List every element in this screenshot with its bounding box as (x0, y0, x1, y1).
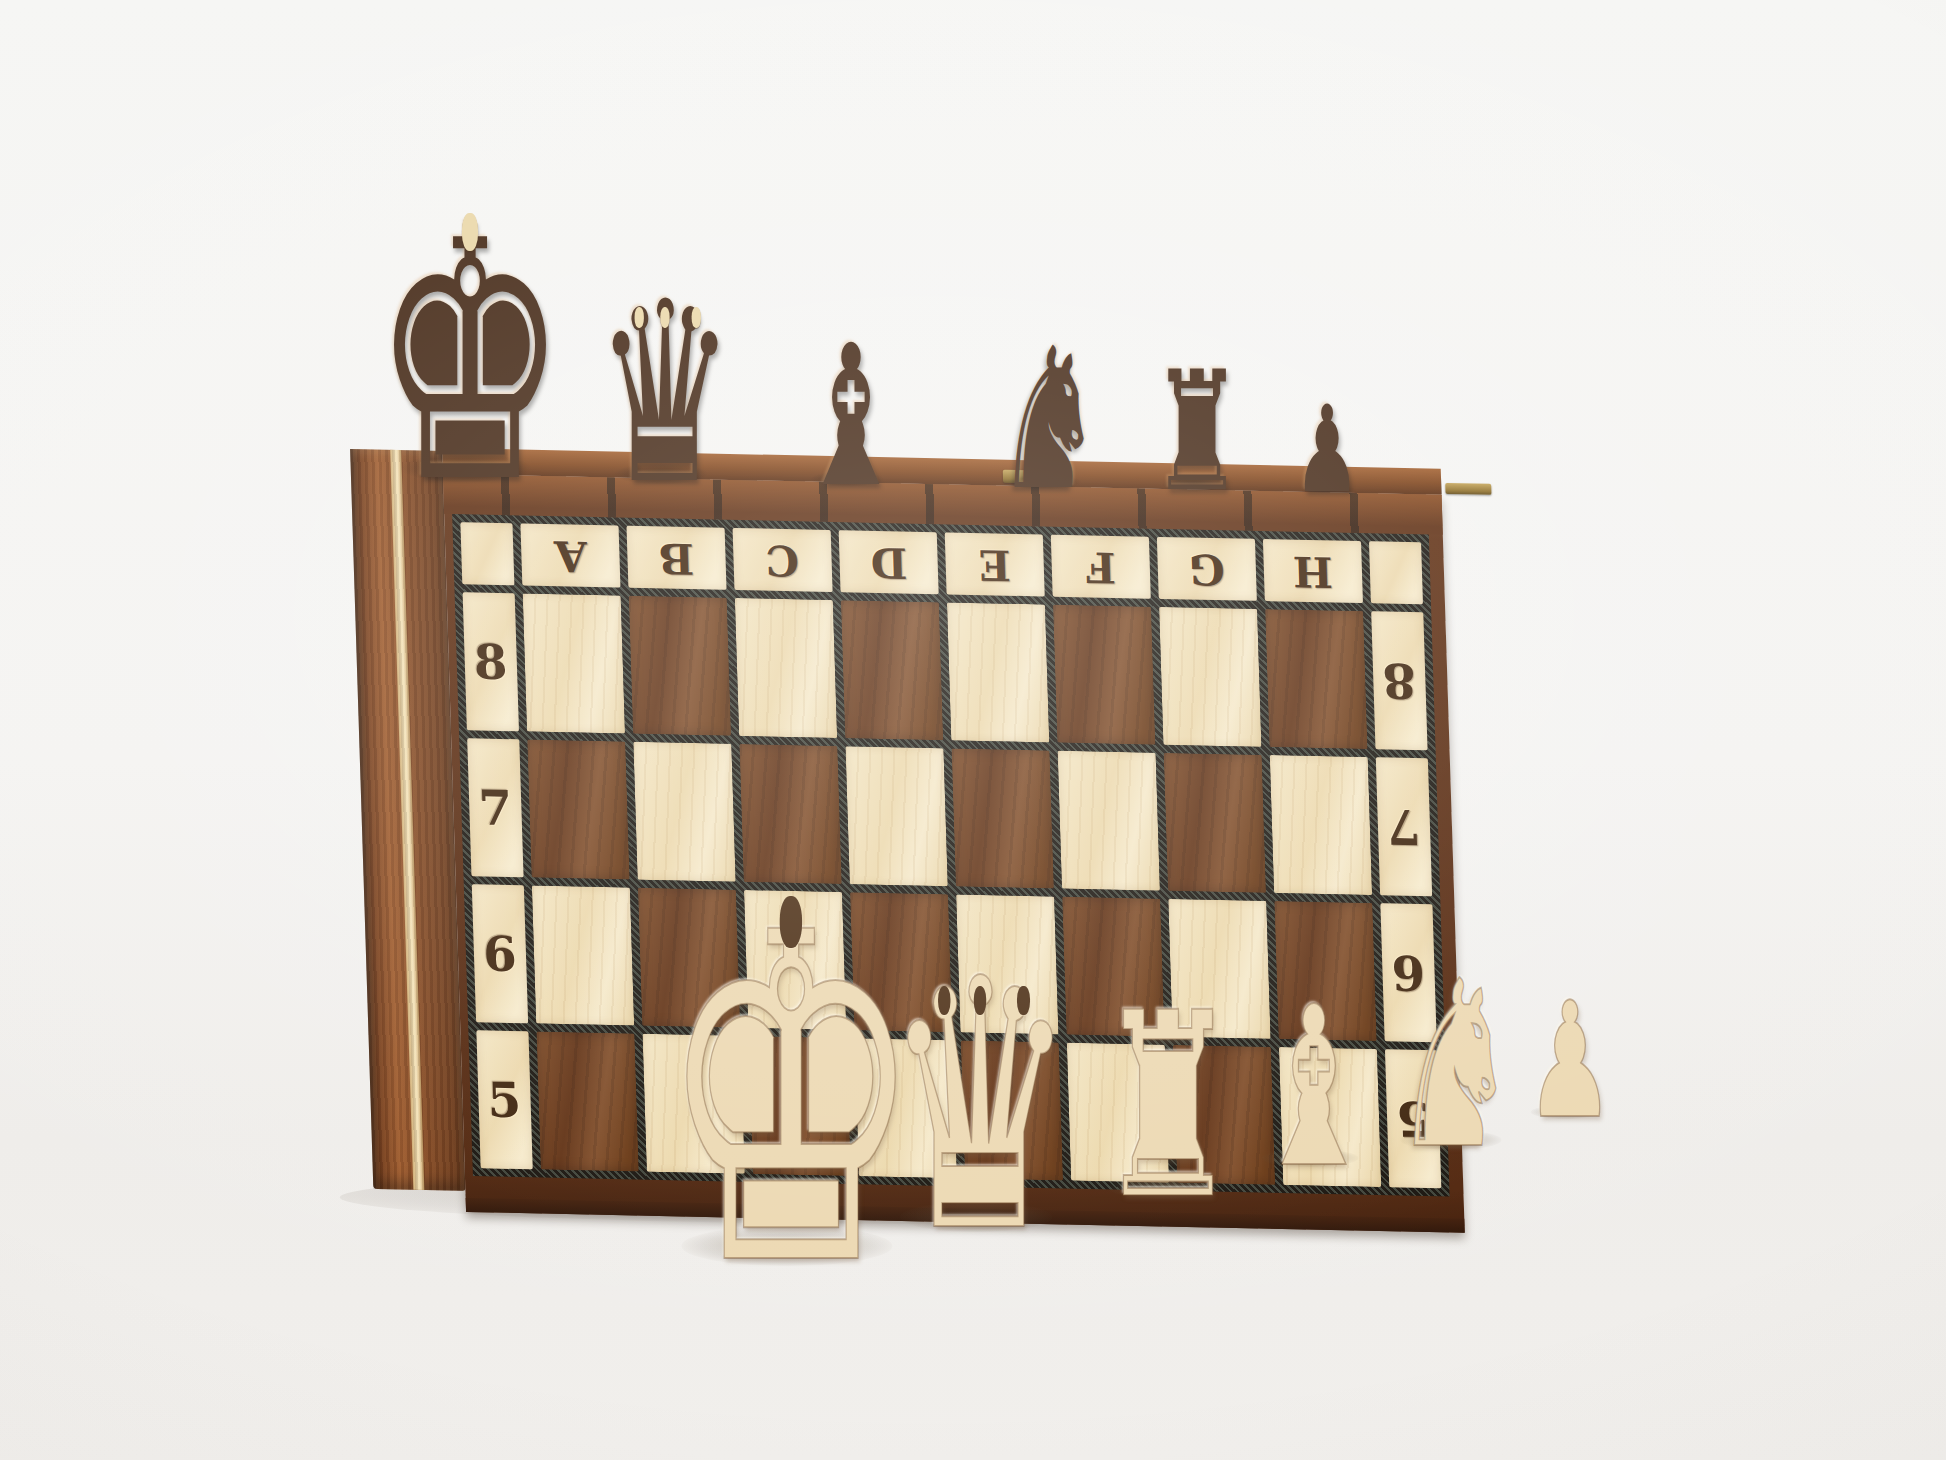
square-f6[interactable] (1062, 897, 1164, 1037)
light-pawn-glyph: ♟ (1526, 981, 1615, 1141)
square-d7[interactable] (845, 746, 947, 886)
chessboard-grid: ABCDEFGH88776655 (452, 514, 1449, 1196)
square-c7[interactable] (739, 744, 841, 884)
square-b5[interactable] (642, 1034, 744, 1174)
dark-king-finial (462, 213, 478, 252)
board-face: ABCDEFGH88776655 (443, 474, 1465, 1233)
file-label-h-label: H (1292, 546, 1333, 596)
file-label-f-label: F (1085, 542, 1116, 592)
square-f7[interactable] (1058, 751, 1160, 891)
square-h8[interactable] (1265, 609, 1367, 749)
dark-queen-finial (660, 307, 669, 328)
corner-cell-top-right (1369, 541, 1423, 604)
square-f8[interactable] (1053, 605, 1155, 745)
square-g5[interactable] (1173, 1045, 1275, 1185)
square-d6[interactable] (850, 892, 952, 1032)
file-label-h: H (1263, 539, 1363, 603)
square-a6[interactable] (532, 886, 634, 1026)
studio-photo-scene: ABCDEFGH88776655 ♚♛♝♞♜♟♚♛♜♝♞♟ (0, 0, 1946, 1460)
corner-cell-top-left (460, 522, 514, 585)
file-label-e-label: E (978, 540, 1012, 590)
brass-hinge-icon (1445, 483, 1491, 495)
square-d5[interactable] (855, 1038, 957, 1178)
square-d8[interactable] (841, 600, 943, 740)
light-pawn-shadow (1531, 1105, 1601, 1119)
file-label-f: F (1051, 535, 1151, 599)
file-label-g: G (1157, 537, 1257, 601)
file-label-g-label: G (1188, 544, 1225, 594)
rank-label-right-7-label: 7 (1386, 798, 1421, 855)
rank-label-right-6: 6 (1380, 903, 1436, 1042)
file-label-e: E (945, 532, 1045, 596)
square-a7[interactable] (527, 740, 629, 880)
file-label-c: C (733, 528, 833, 592)
square-e7[interactable] (952, 748, 1054, 888)
file-label-c-label: C (765, 535, 800, 585)
square-f5[interactable] (1067, 1043, 1169, 1183)
square-b6[interactable] (638, 888, 740, 1028)
square-a8[interactable] (523, 594, 625, 734)
file-label-b-label: B (658, 533, 695, 583)
square-g8[interactable] (1159, 607, 1261, 747)
dark-queen-finial (692, 307, 701, 328)
file-label-d: D (839, 530, 939, 594)
folded-chess-box: ABCDEFGH88776655 (350, 446, 1464, 1213)
square-h6[interactable] (1274, 901, 1376, 1041)
file-label-b: B (627, 526, 727, 590)
square-g7[interactable] (1164, 753, 1266, 893)
rank-label-right-5-label: 5 (1396, 1090, 1431, 1147)
file-label-a-label: A (553, 531, 587, 581)
square-b8[interactable] (629, 596, 731, 736)
square-e8[interactable] (947, 602, 1049, 742)
square-e6[interactable] (956, 894, 1058, 1034)
rank-label-left-6-label: 6 (482, 925, 517, 982)
rank-label-right-6-label: 6 (1391, 944, 1426, 1001)
rank-label-left-8-label: 8 (473, 633, 508, 690)
square-g6[interactable] (1168, 899, 1270, 1039)
rank-label-left-6: 6 (472, 884, 528, 1023)
light-king-shadow (681, 1226, 892, 1267)
square-c8[interactable] (735, 598, 837, 738)
rank-label-right-8: 8 (1371, 611, 1427, 750)
dark-queen-finial (634, 307, 643, 328)
rank-label-right-7: 7 (1376, 757, 1432, 896)
file-label-a: A (520, 524, 620, 588)
rank-label-left-7-label: 7 (478, 779, 513, 836)
file-label-d-label: D (870, 537, 908, 587)
square-e5[interactable] (961, 1040, 1063, 1180)
rank-label-right-8-label: 8 (1382, 652, 1417, 709)
spine-seam-stripe (391, 450, 424, 1190)
brass-clasp-icon (1003, 470, 1065, 484)
rank-label-left-8: 8 (463, 592, 519, 731)
square-c6[interactable] (744, 890, 846, 1030)
square-h5[interactable] (1279, 1047, 1381, 1187)
square-b7[interactable] (633, 742, 735, 882)
rank-label-right-5: 5 (1385, 1049, 1441, 1188)
rank-label-left-7: 7 (467, 738, 523, 877)
square-c5[interactable] (749, 1036, 851, 1176)
rank-label-left-5-label: 5 (487, 1071, 522, 1128)
square-h7[interactable] (1270, 755, 1372, 895)
light-pawn[interactable]: ♟ (1526, 981, 1615, 1141)
square-a5[interactable] (536, 1032, 638, 1172)
rank-label-left-5: 5 (476, 1030, 532, 1169)
